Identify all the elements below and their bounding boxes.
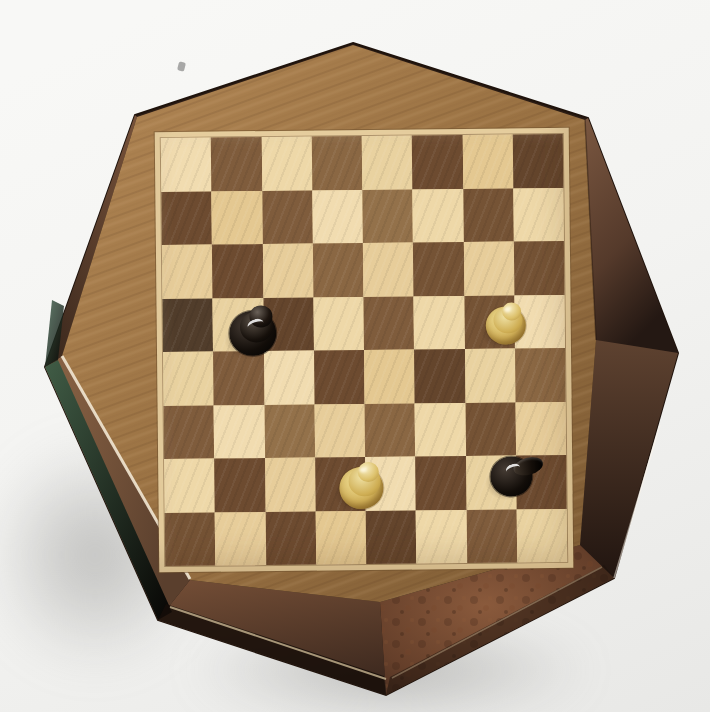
box-side-facet-right-upper	[585, 118, 678, 353]
piece-shine	[504, 307, 511, 312]
chess-board: ♟♙♙♞	[155, 128, 574, 572]
photo-stage: ♟♙♙♞	[0, 0, 710, 712]
pieces-layer: ♟♙♙♞	[155, 128, 574, 572]
box-side-facet-right-lower	[580, 340, 678, 578]
